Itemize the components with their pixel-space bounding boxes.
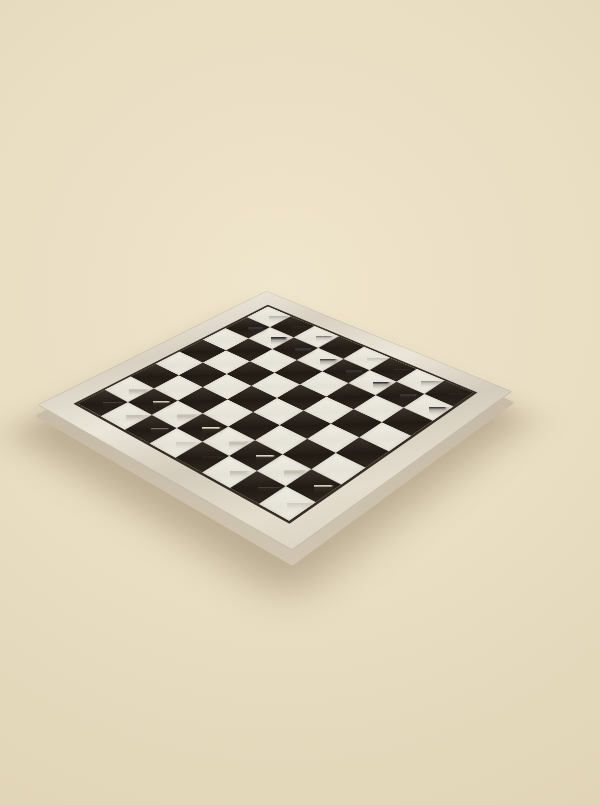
piece-white-rook[interactable]: ♜ [207, 438, 368, 514]
product-photo-backdrop: ♜♞♝♛♚♝♞♜♟♟♟♟♟♟♟♟♟♟♟♟♟♟♟♟♜♞♝♛♚♝♞♜ [0, 0, 600, 805]
square-h1[interactable]: ♜ [259, 486, 316, 520]
board-grid: ♜♞♝♛♚♝♞♜♟♟♟♟♟♟♟♟♟♟♟♟♟♟♟♟♜♞♝♛♚♝♞♜ [78, 307, 473, 521]
chess-board: ♜♞♝♛♚♝♞♜♟♟♟♟♟♟♟♟♟♟♟♟♟♟♟♟♜♞♝♛♚♝♞♜ [38, 291, 513, 550]
scene: ♜♞♝♛♚♝♞♜♟♟♟♟♟♟♟♟♟♟♟♟♟♟♟♟♜♞♝♛♚♝♞♜ [0, 0, 600, 805]
board-trim-border: ♜♞♝♛♚♝♞♜♟♟♟♟♟♟♟♟♟♟♟♟♟♟♟♟♜♞♝♛♚♝♞♜ [73, 305, 477, 524]
